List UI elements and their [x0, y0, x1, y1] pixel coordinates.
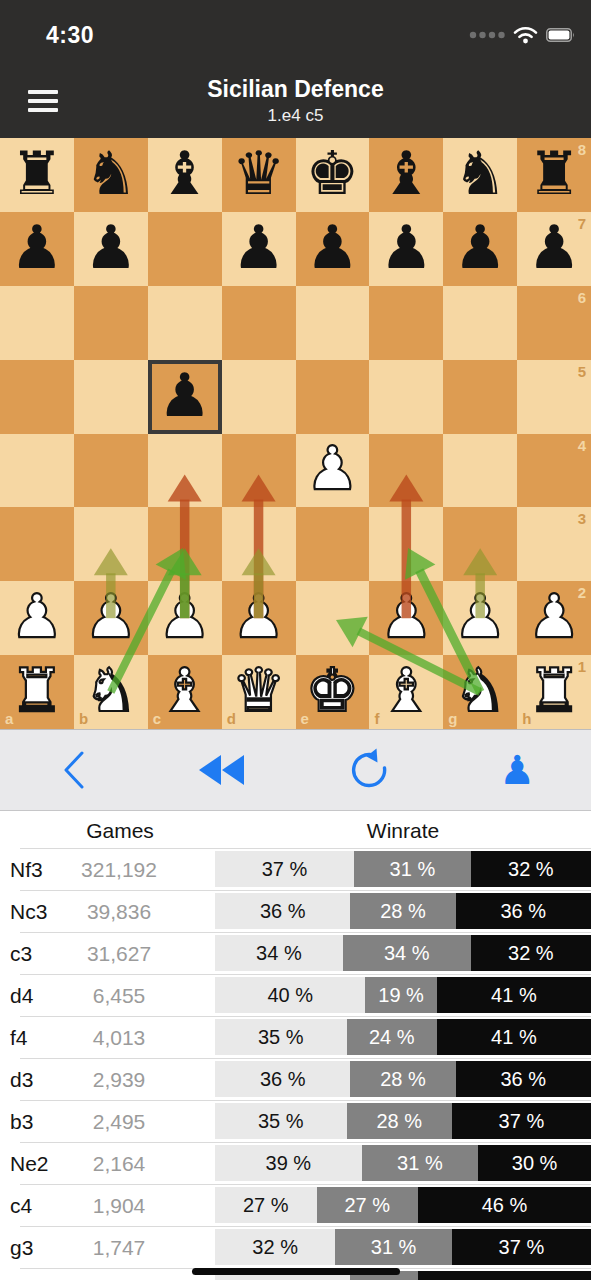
move-label: b3 [10, 1110, 33, 1134]
piece-white-queen[interactable]: ♛ [232, 660, 286, 720]
piece-white-pawn[interactable]: ♟ [379, 586, 433, 646]
rank-label-1: 1 [578, 659, 586, 674]
games-count: 6,455 [55, 984, 183, 1008]
draw-segment: 31 % [335, 1229, 452, 1265]
square-h7[interactable]: ♟7 [517, 212, 591, 286]
black-win-segment: 46 % [418, 1187, 591, 1223]
square-b8[interactable]: ♞ [74, 138, 148, 212]
games-count: 321,192 [55, 858, 183, 882]
square-h8[interactable]: ♜8 [517, 138, 591, 212]
piece-black-rook[interactable]: ♜ [527, 143, 581, 203]
piece-white-knight[interactable]: ♞ [453, 660, 507, 720]
square-b4[interactable] [74, 434, 148, 508]
square-e8[interactable]: ♚ [296, 138, 370, 212]
black-win-segment: 41 % [437, 1019, 591, 1055]
square-a8[interactable]: ♜ [0, 138, 74, 212]
rank-label-7: 7 [578, 216, 586, 231]
square-c6[interactable] [148, 286, 222, 360]
piece-white-pawn[interactable]: ♟ [10, 586, 64, 646]
status-bar: 4:30 [0, 0, 591, 58]
square-a3[interactable] [0, 507, 74, 581]
piece-black-pawn[interactable]: ♟ [379, 217, 433, 277]
games-count: 39,836 [55, 900, 183, 924]
piece-black-rook[interactable]: ♜ [10, 143, 64, 203]
piece-white-rook[interactable]: ♜ [527, 660, 581, 720]
rotate-ccw-icon [346, 747, 392, 793]
piece-black-king[interactable]: ♚ [306, 143, 360, 203]
square-c2[interactable]: ♟ [148, 581, 222, 655]
table-row-d3[interactable]: d32,93936 %28 %36 % [0, 1059, 591, 1101]
games-column-header: Games [60, 819, 180, 843]
file-label-c: c [153, 711, 161, 726]
move-label: Ne2 [10, 1152, 49, 1176]
square-d3[interactable] [222, 507, 296, 581]
white-win-segment: 32 % [215, 1229, 335, 1265]
file-label-a: a [5, 711, 13, 726]
piece-black-pawn[interactable]: ♟ [306, 217, 360, 277]
cellular-signal-dots-icon [469, 31, 505, 39]
rank-label-3: 3 [578, 511, 586, 526]
square-f2[interactable]: ♟ [369, 581, 443, 655]
chess-board[interactable]: ♜♞♝♛♚♝♞♜8♟♟♟♟♟♟♟76♟5♟43♟♟♟♟♟♟♟2♜a♞b♝c♛d♚… [0, 138, 591, 729]
move-label: d3 [10, 1068, 33, 1092]
square-d5[interactable] [222, 360, 296, 434]
square-h6[interactable]: 6 [517, 286, 591, 360]
move-label: Nc3 [10, 900, 47, 924]
games-count: 31,627 [55, 942, 183, 966]
games-count: 1,904 [55, 1194, 183, 1218]
white-win-segment: 36 % [215, 1061, 350, 1097]
square-b1[interactable]: ♞b [74, 655, 148, 729]
table-row-g3[interactable]: g31,74732 %31 %37 % [0, 1227, 591, 1269]
app-header: Sicilian Defence 1.e4 c5 [0, 58, 591, 138]
square-h1[interactable]: ♜1h [517, 655, 591, 729]
draw-segment: 31 % [354, 851, 471, 887]
white-win-segment: 34 % [215, 935, 343, 971]
square-a1[interactable]: ♜a [0, 655, 74, 729]
black-win-segment: 30 % [478, 1145, 591, 1181]
winrate-bar: 32 %31 %37 % [215, 1229, 591, 1265]
square-g5[interactable] [443, 360, 517, 434]
winrate-bar: 37 %31 %32 % [215, 851, 591, 887]
square-b5[interactable] [74, 360, 148, 434]
fast-rewind-icon [199, 755, 245, 785]
piece-black-bishop[interactable]: ♝ [158, 143, 212, 203]
table-row-Ne2[interactable]: Ne22,16439 %31 %30 % [0, 1143, 591, 1185]
piece-white-pawn[interactable]: ♟ [84, 586, 138, 646]
square-g1[interactable]: ♞g [443, 655, 517, 729]
white-win-segment: 39 % [215, 1145, 362, 1181]
black-win-segment: 32 % [471, 851, 591, 887]
games-count: 2,164 [55, 1152, 183, 1176]
piece-white-pawn[interactable]: ♟ [453, 586, 507, 646]
black-win-segment: 36 % [456, 893, 591, 929]
black-win-segment: 41 % [437, 977, 591, 1013]
piece-white-king[interactable]: ♚ [306, 660, 360, 720]
square-a4[interactable] [0, 434, 74, 508]
piece-black-bishop[interactable]: ♝ [379, 143, 433, 203]
table-row-c4[interactable]: c41,90427 %27 %46 % [0, 1185, 591, 1227]
black-win-segment: 32 % [471, 935, 591, 971]
square-h4[interactable]: 4 [517, 434, 591, 508]
piece-black-queen[interactable]: ♛ [232, 143, 286, 203]
square-f6[interactable] [369, 286, 443, 360]
winrate-bar: 36 %28 %36 % [215, 1061, 591, 1097]
file-label-h: h [522, 711, 531, 726]
moves-subtitle: 1.e4 c5 [0, 106, 591, 126]
square-b3[interactable] [74, 507, 148, 581]
square-a2[interactable]: ♟ [0, 581, 74, 655]
move-label: c3 [10, 942, 32, 966]
square-f8[interactable]: ♝ [369, 138, 443, 212]
square-g6[interactable] [443, 286, 517, 360]
square-e6[interactable] [296, 286, 370, 360]
square-e1[interactable]: ♚e [296, 655, 370, 729]
square-a7[interactable]: ♟ [0, 212, 74, 286]
black-win-segment: 46 % [418, 1271, 591, 1280]
piece-black-pawn[interactable]: ♟ [84, 217, 138, 277]
board-wrap: ♜♞♝♛♚♝♞♜8♟♟♟♟♟♟♟76♟5♟43♟♟♟♟♟♟♟2♜a♞b♝c♛d♚… [0, 138, 591, 729]
home-indicator[interactable] [192, 1268, 400, 1275]
square-d7[interactable]: ♟ [222, 212, 296, 286]
white-win-segment: 35 % [215, 1103, 347, 1139]
move-label: c4 [10, 1194, 32, 1218]
file-label-d: d [227, 711, 236, 726]
winrate-column-header: Winrate [215, 819, 591, 843]
draw-segment: 28 % [350, 1061, 455, 1097]
draw-segment: 34 % [343, 935, 471, 971]
rank-label-2: 2 [578, 585, 586, 600]
square-g7[interactable]: ♟ [443, 212, 517, 286]
rank-label-6: 6 [578, 290, 586, 305]
square-e2[interactable] [296, 581, 370, 655]
square-b7[interactable]: ♟ [74, 212, 148, 286]
square-g4[interactable] [443, 434, 517, 508]
piece-white-rook[interactable]: ♜ [10, 660, 64, 720]
move-label: g3 [10, 1236, 33, 1260]
move-label: f4 [10, 1026, 28, 1050]
wifi-icon [513, 26, 538, 44]
square-b2[interactable]: ♟ [74, 581, 148, 655]
piece-white-bishop[interactable]: ♝ [379, 660, 433, 720]
piece-black-pawn[interactable]: ♟ [158, 365, 212, 425]
square-d6[interactable] [222, 286, 296, 360]
piece-white-pawn[interactable]: ♟ [232, 586, 286, 646]
white-win-segment: 27 % [215, 1187, 317, 1223]
piece-white-pawn[interactable]: ♟ [306, 438, 360, 498]
table-row-f4[interactable]: f44,01335 %24 %41 % [0, 1017, 591, 1059]
square-c1[interactable]: ♝c [148, 655, 222, 729]
square-f3[interactable] [369, 507, 443, 581]
square-a6[interactable] [0, 286, 74, 360]
rank-label-5: 5 [578, 364, 586, 379]
piece-black-knight[interactable]: ♞ [453, 143, 507, 203]
black-win-segment: 36 % [456, 1061, 591, 1097]
square-f4[interactable] [369, 434, 443, 508]
file-label-b: b [79, 711, 88, 726]
move-label: d4 [10, 984, 33, 1008]
pieces-button[interactable]: ♟ [443, 730, 591, 810]
piece-white-pawn[interactable]: ♟ [527, 586, 581, 646]
square-h5[interactable]: 5 [517, 360, 591, 434]
piece-white-knight[interactable]: ♞ [84, 660, 138, 720]
status-icons [469, 26, 575, 44]
back-button[interactable] [0, 730, 148, 810]
move-label: Nf3 [10, 858, 43, 882]
page-title: Sicilian Defence [0, 76, 591, 103]
square-g8[interactable]: ♞ [443, 138, 517, 212]
winrate-bar: 35 %24 %41 % [215, 1019, 591, 1055]
square-e5[interactable] [296, 360, 370, 434]
black-win-segment: 37 % [452, 1103, 591, 1139]
white-win-segment: 40 % [215, 977, 365, 1013]
rewind-button[interactable] [148, 730, 296, 810]
square-c5[interactable]: ♟ [148, 360, 222, 434]
rank-label-4: 4 [578, 438, 586, 453]
square-c7[interactable] [148, 212, 222, 286]
piece-black-knight[interactable]: ♞ [84, 143, 138, 203]
games-count: 2,939 [55, 1068, 183, 1092]
square-e3[interactable] [296, 507, 370, 581]
moves-table-body: Nf3321,19237 %31 %32 %Nc339,83636 %28 %3… [0, 849, 591, 1280]
piece-black-pawn[interactable]: ♟ [453, 217, 507, 277]
games-count: 4,013 [55, 1026, 183, 1050]
moves-table: Games Winrate Nf3321,19237 %31 %32 %Nc33… [0, 811, 591, 1280]
piece-white-pawn[interactable]: ♟ [158, 586, 212, 646]
games-count: 1,747 [55, 1236, 183, 1260]
piece-black-pawn[interactable]: ♟ [10, 217, 64, 277]
square-e4[interactable]: ♟ [296, 434, 370, 508]
winrate-bar: 36 %28 %36 % [215, 893, 591, 929]
square-b6[interactable] [74, 286, 148, 360]
piece-black-pawn[interactable]: ♟ [527, 217, 581, 277]
square-d2[interactable]: ♟ [222, 581, 296, 655]
table-row-Nc3[interactable]: Nc339,83636 %28 %36 % [0, 891, 591, 933]
file-label-f: f [374, 711, 379, 726]
draw-segment: 24 % [347, 1019, 437, 1055]
white-win-segment: 37 % [215, 851, 354, 887]
square-c8[interactable]: ♝ [148, 138, 222, 212]
square-c3[interactable] [148, 507, 222, 581]
square-f5[interactable] [369, 360, 443, 434]
square-d1[interactable]: ♛d [222, 655, 296, 729]
table-row-d4[interactable]: d46,45540 %19 %41 % [0, 975, 591, 1017]
reset-button[interactable] [296, 730, 444, 810]
table-row-b3[interactable]: b32,49535 %28 %37 % [0, 1101, 591, 1143]
clock-time: 4:30 [46, 22, 94, 49]
winrate-bar: 34 %34 %32 % [215, 935, 591, 971]
table-row-c3[interactable]: c331,62734 %34 %32 % [0, 933, 591, 975]
games-count: 2,495 [55, 1110, 183, 1134]
chevron-left-icon [61, 749, 87, 791]
file-label-e: e [301, 711, 309, 726]
winrate-bar: 40 %19 %41 % [215, 977, 591, 1013]
white-win-segment: 36 % [215, 893, 350, 929]
battery-icon [546, 28, 575, 42]
pawn-icon: ♟ [499, 750, 535, 790]
draw-segment: 19 % [365, 977, 436, 1013]
bottom-toolbar: ♟ [0, 729, 591, 811]
file-label-g: g [448, 711, 457, 726]
winrate-bar: 39 %31 %30 % [215, 1145, 591, 1181]
app-screen: 4:30 Sicilian Defence 1.e4 c5 [0, 0, 591, 1280]
square-c4[interactable] [148, 434, 222, 508]
square-e7[interactable]: ♟ [296, 212, 370, 286]
draw-segment: 31 % [362, 1145, 479, 1181]
square-g2[interactable]: ♟ [443, 581, 517, 655]
draw-segment: 28 % [347, 1103, 452, 1139]
winrate-bar: 35 %28 %37 % [215, 1103, 591, 1139]
white-win-segment: 35 % [215, 1019, 347, 1055]
table-header: Games Winrate [0, 811, 591, 849]
square-d4[interactable] [222, 434, 296, 508]
square-h2[interactable]: ♟2 [517, 581, 591, 655]
draw-segment: 27 % [317, 1187, 419, 1223]
piece-white-bishop[interactable]: ♝ [158, 660, 212, 720]
square-g3[interactable] [443, 507, 517, 581]
table-row-Nf3[interactable]: Nf3321,19237 %31 %32 % [0, 849, 591, 891]
square-h3[interactable]: 3 [517, 507, 591, 581]
rank-label-8: 8 [578, 142, 586, 157]
winrate-bar: 27 %27 %46 % [215, 1187, 591, 1223]
black-win-segment: 37 % [452, 1229, 591, 1265]
piece-black-pawn[interactable]: ♟ [232, 217, 286, 277]
square-d8[interactable]: ♛ [222, 138, 296, 212]
draw-segment: 28 % [350, 893, 455, 929]
square-f7[interactable]: ♟ [369, 212, 443, 286]
square-f1[interactable]: ♝f [369, 655, 443, 729]
square-a5[interactable] [0, 360, 74, 434]
